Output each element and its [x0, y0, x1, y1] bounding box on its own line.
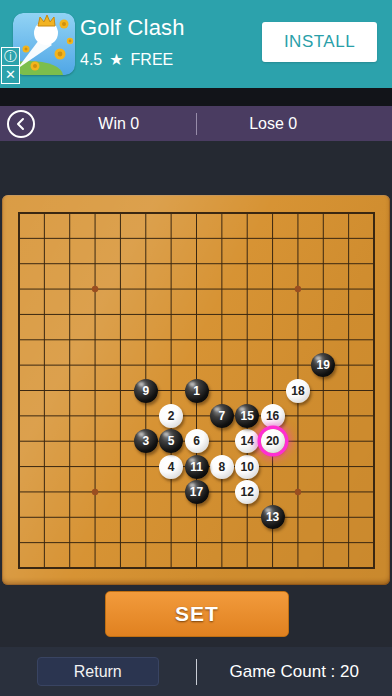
stones-layer: 1234567891011121314151617181920	[2, 195, 390, 585]
stone-18-white: 18	[286, 379, 310, 403]
game-count-label: Game Count : 20	[230, 662, 359, 682]
back-chevron-icon	[7, 110, 35, 138]
stone-9-black: 9	[134, 379, 158, 403]
bottom-bar: Return Game Count : 20	[0, 647, 392, 696]
stone-17-black: 17	[185, 480, 209, 504]
set-button[interactable]: SET	[105, 591, 289, 637]
ad-rating: 4.5	[80, 51, 102, 69]
stone-5-black: 5	[159, 429, 183, 453]
stone-4-white: 4	[159, 455, 183, 479]
ad-close-icon[interactable]: ✕	[1, 65, 20, 84]
ad-price: FREE	[131, 51, 174, 69]
ad-text: Golf Clash 4.5 ★ FREE	[80, 15, 185, 69]
stone-3-black: 3	[134, 429, 158, 453]
stone-6-white: 6	[185, 429, 209, 453]
install-button[interactable]: INSTALL	[262, 22, 377, 62]
gomoku-board[interactable]: 1234567891011121314151617181920	[2, 195, 390, 585]
ad-badges: ⓘ ✕	[1, 47, 20, 84]
stone-11-black: 11	[185, 455, 209, 479]
win-count: Win 0	[42, 115, 196, 133]
stone-2-white: 2	[159, 404, 183, 428]
return-button[interactable]: Return	[37, 657, 159, 686]
score-nav-bar: Win 0 Lose 0	[0, 106, 392, 141]
golf-clash-app-icon[interactable]	[13, 13, 75, 75]
stone-8-white: 8	[210, 455, 234, 479]
ad-subtitle: 4.5 ★ FREE	[80, 50, 185, 69]
stone-15-black: 15	[235, 404, 259, 428]
lose-count: Lose 0	[197, 115, 351, 133]
stone-1-black: 1	[185, 379, 209, 403]
app-screen: ⓘ ✕	[0, 0, 392, 696]
divider-strip	[0, 88, 392, 106]
stone-16-white: 16	[261, 404, 285, 428]
star-icon: ★	[109, 50, 123, 69]
stone-20-white: 20	[261, 429, 285, 453]
stone-14-white: 14	[235, 429, 259, 453]
stone-13-black: 13	[261, 505, 285, 529]
ad-banner: ⓘ ✕	[0, 0, 392, 88]
ad-info-icon[interactable]: ⓘ	[1, 47, 20, 66]
ad-app-title: Golf Clash	[80, 15, 185, 41]
stone-12-white: 12	[235, 480, 259, 504]
stone-19-black: 19	[311, 353, 335, 377]
stone-10-white: 10	[235, 455, 259, 479]
back-button[interactable]	[0, 106, 42, 141]
stone-7-black: 7	[210, 404, 234, 428]
